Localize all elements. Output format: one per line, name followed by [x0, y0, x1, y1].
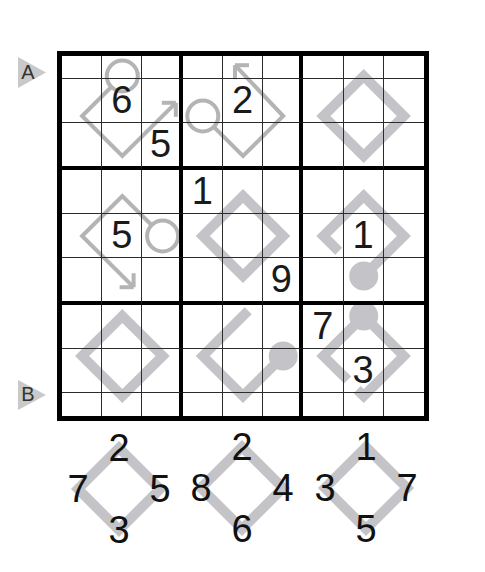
- sudoku-board: 625151973: [57, 51, 429, 421]
- cell-r3c2[interactable]: [102, 123, 142, 170]
- cell-r7c3[interactable]: [142, 305, 182, 349]
- cell-r2c9[interactable]: [384, 79, 424, 123]
- cell-r5c4[interactable]: [183, 214, 223, 258]
- outside-diamond-3-digit-top: 1: [344, 425, 388, 469]
- cell-r7c1[interactable]: [62, 305, 102, 349]
- cell-r4c3[interactable]: [142, 170, 182, 214]
- outside-diamond-1-digit-top: 2: [97, 426, 141, 470]
- cell-r5c1[interactable]: [62, 214, 102, 258]
- cell-r1c7[interactable]: [303, 56, 343, 79]
- cell-r8c8[interactable]: 3: [344, 349, 384, 393]
- cell-r7c6[interactable]: [263, 305, 303, 349]
- cell-r4c2[interactable]: [102, 170, 142, 214]
- cell-r5c8[interactable]: 1: [344, 214, 384, 258]
- cell-r8c6[interactable]: [263, 349, 303, 393]
- cell-r9c3[interactable]: [142, 393, 182, 416]
- cell-r3c3[interactable]: 5: [142, 123, 182, 170]
- cell-r9c7[interactable]: [303, 393, 343, 416]
- cell-r7c8[interactable]: [344, 305, 384, 349]
- cell-r7c4[interactable]: [183, 305, 223, 349]
- cell-r2c4[interactable]: [183, 79, 223, 123]
- cell-r3c7[interactable]: [303, 123, 343, 170]
- cell-r4c7[interactable]: [303, 170, 343, 214]
- cell-r4c9[interactable]: [384, 170, 424, 214]
- cell-r9c4[interactable]: [183, 393, 223, 416]
- cell-r6c3[interactable]: [142, 258, 182, 305]
- cell-r8c3[interactable]: [142, 349, 182, 393]
- cell-r1c5[interactable]: [223, 56, 263, 79]
- cell-r2c1[interactable]: [62, 79, 102, 123]
- cell-r1c1[interactable]: [62, 56, 102, 79]
- cell-r2c5[interactable]: 2: [223, 79, 263, 123]
- outside-diamond-2-digit-top: 2: [220, 425, 264, 469]
- cell-r6c8[interactable]: [344, 258, 384, 305]
- cell-r8c5[interactable]: [223, 349, 263, 393]
- cell-r1c8[interactable]: [344, 56, 384, 79]
- cell-r8c9[interactable]: [384, 349, 424, 393]
- cell-r6c1[interactable]: [62, 258, 102, 305]
- cell-r3c9[interactable]: [384, 123, 424, 170]
- cell-r5c2[interactable]: 5: [102, 214, 142, 258]
- cell-r3c5[interactable]: [223, 123, 263, 170]
- cell-r7c2[interactable]: [102, 305, 142, 349]
- cell-r7c5[interactable]: [223, 305, 263, 349]
- outside-diamond-2-digit-left: 8: [179, 466, 223, 510]
- cell-r4c8[interactable]: [344, 170, 384, 214]
- cell-r9c6[interactable]: [263, 393, 303, 416]
- cell-r1c4[interactable]: [183, 56, 223, 79]
- cell-r7c7[interactable]: 7: [303, 305, 343, 349]
- cell-r6c4[interactable]: [183, 258, 223, 305]
- cell-r2c8[interactable]: [344, 79, 384, 123]
- cell-r1c6[interactable]: [263, 56, 303, 79]
- cell-r6c7[interactable]: [303, 258, 343, 305]
- cell-r4c1[interactable]: [62, 170, 102, 214]
- outside-diamond-3-digit-right: 7: [385, 466, 429, 510]
- cell-r1c2[interactable]: [102, 56, 142, 79]
- cell-r6c5[interactable]: [223, 258, 263, 305]
- row-marker-b: B: [18, 383, 38, 406]
- cell-r8c1[interactable]: [62, 349, 102, 393]
- cell-r1c9[interactable]: [384, 56, 424, 79]
- cell-r2c2[interactable]: 6: [102, 79, 142, 123]
- cell-r9c5[interactable]: [223, 393, 263, 416]
- cell-r6c6[interactable]: 9: [263, 258, 303, 305]
- cell-r3c4[interactable]: [183, 123, 223, 170]
- cell-r8c4[interactable]: [183, 349, 223, 393]
- cell-r5c7[interactable]: [303, 214, 343, 258]
- cell-r2c3[interactable]: [142, 79, 182, 123]
- cell-r5c5[interactable]: [223, 214, 263, 258]
- cell-r3c6[interactable]: [263, 123, 303, 170]
- cell-r3c1[interactable]: [62, 123, 102, 170]
- cell-r8c7[interactable]: [303, 349, 343, 393]
- cell-r6c2[interactable]: [102, 258, 142, 305]
- row-marker-a: A: [18, 61, 38, 84]
- cell-r9c8[interactable]: [344, 393, 384, 416]
- cell-r5c6[interactable]: [263, 214, 303, 258]
- cell-r4c5[interactable]: [223, 170, 263, 214]
- outside-diamond-1-digit-right: 5: [138, 467, 182, 511]
- cell-r1c3[interactable]: [142, 56, 182, 79]
- cell-r4c6[interactable]: [263, 170, 303, 214]
- cell-r2c7[interactable]: [303, 79, 343, 123]
- outside-diamond-1-digit-left: 7: [56, 467, 100, 511]
- cell-r7c9[interactable]: [384, 305, 424, 349]
- cell-r9c9[interactable]: [384, 393, 424, 416]
- cell-r9c1[interactable]: [62, 393, 102, 416]
- puzzle-page: 625151973 A B 2 7 5 3 2 8 4 6 1 3 7 5: [0, 0, 485, 572]
- cell-r3c8[interactable]: [344, 123, 384, 170]
- cell-r5c9[interactable]: [384, 214, 424, 258]
- cell-r5c3[interactable]: [142, 214, 182, 258]
- cell-r9c2[interactable]: [102, 393, 142, 416]
- cell-r2c6[interactable]: [263, 79, 303, 123]
- cell-r6c9[interactable]: [384, 258, 424, 305]
- outside-diamond-3-digit-bottom: 5: [344, 507, 388, 551]
- outside-diamond-2-digit-bottom: 6: [220, 507, 264, 551]
- outside-diamond-3-digit-left: 3: [303, 466, 347, 510]
- cell-r8c2[interactable]: [102, 349, 142, 393]
- cell-r4c4[interactable]: 1: [183, 170, 223, 214]
- outside-diamond-1-digit-bottom: 3: [97, 508, 141, 552]
- outside-diamond-2-digit-right: 4: [261, 466, 305, 510]
